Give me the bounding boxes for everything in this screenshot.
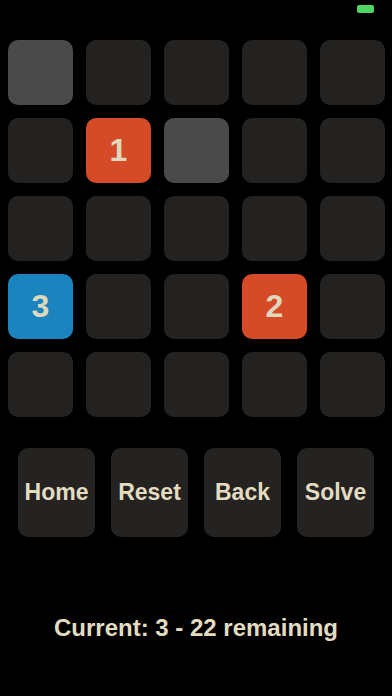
tile[interactable] bbox=[86, 40, 151, 105]
tile[interactable] bbox=[86, 274, 151, 339]
tile-1[interactable]: 1 bbox=[86, 118, 151, 183]
back-button[interactable]: Back bbox=[204, 448, 281, 537]
tile[interactable] bbox=[320, 274, 385, 339]
tile[interactable] bbox=[164, 196, 229, 261]
tile[interactable] bbox=[164, 352, 229, 417]
board-grid: 132 bbox=[8, 40, 385, 417]
solve-button[interactable]: Solve bbox=[297, 448, 374, 537]
reset-button[interactable]: Reset bbox=[111, 448, 188, 537]
tile[interactable] bbox=[242, 118, 307, 183]
tile[interactable] bbox=[164, 274, 229, 339]
tile[interactable] bbox=[320, 40, 385, 105]
toolbar: Home Reset Back Solve bbox=[18, 448, 374, 537]
tile[interactable] bbox=[242, 40, 307, 105]
tile[interactable] bbox=[8, 196, 73, 261]
tile[interactable] bbox=[164, 40, 229, 105]
tile[interactable] bbox=[320, 118, 385, 183]
tile[interactable] bbox=[242, 196, 307, 261]
home-button[interactable]: Home bbox=[18, 448, 95, 537]
battery-icon bbox=[357, 5, 374, 13]
tile[interactable] bbox=[86, 196, 151, 261]
tile[interactable] bbox=[242, 352, 307, 417]
tile[interactable] bbox=[320, 352, 385, 417]
tile[interactable] bbox=[320, 196, 385, 261]
status-text: Current: 3 - 22 remaining bbox=[0, 610, 392, 646]
tile[interactable] bbox=[8, 118, 73, 183]
tile[interactable] bbox=[164, 118, 229, 183]
tile-3[interactable]: 3 bbox=[8, 274, 73, 339]
tile[interactable] bbox=[86, 352, 151, 417]
tile[interactable] bbox=[8, 40, 73, 105]
tile[interactable] bbox=[8, 352, 73, 417]
tile-2[interactable]: 2 bbox=[242, 274, 307, 339]
